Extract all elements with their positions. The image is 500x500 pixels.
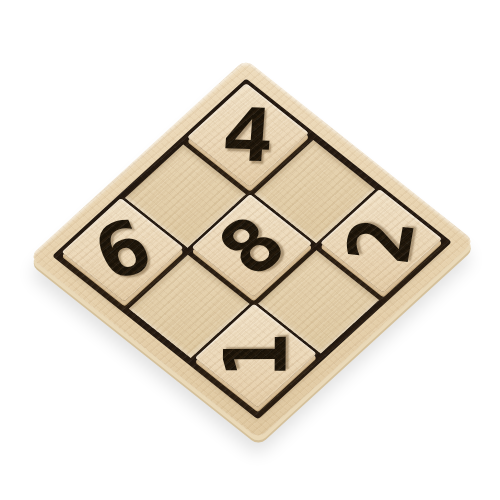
puzzle-board-pose: 4 2 8 6: [29, 59, 474, 439]
tile-1-number: 1: [212, 334, 298, 379]
puzzle-board: 4 2 8 6: [29, 59, 474, 439]
board-frame-grid: 4 2 8 6: [52, 78, 452, 419]
tile-4-number: 4: [220, 97, 277, 172]
tile-6-number: 6: [83, 208, 161, 292]
tile-2-number: 2: [335, 214, 428, 268]
